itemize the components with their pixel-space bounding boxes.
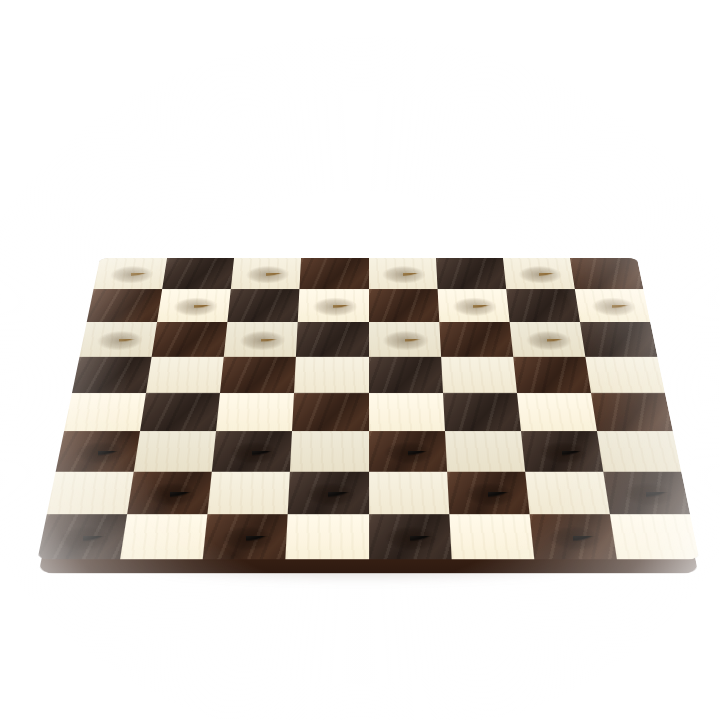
cell-r8c6 — [449, 514, 534, 559]
cell-r6c7 — [521, 431, 603, 471]
square-r2c2-light[interactable] — [157, 289, 231, 322]
square-r3c6-dark[interactable] — [439, 322, 513, 357]
checker-body — [300, 453, 358, 497]
square-r2c7-dark[interactable] — [506, 289, 580, 322]
cell-r7c2 — [127, 471, 212, 514]
square-r1c8-dark[interactable] — [570, 258, 644, 289]
cell-r8c7 — [529, 514, 616, 559]
product-photo-scene — [0, 0, 720, 720]
square-r1c7-light[interactable] — [503, 258, 575, 289]
square-r4c3-dark[interactable] — [220, 357, 296, 393]
checker-body — [617, 453, 675, 497]
checker-top-rings — [459, 453, 517, 479]
checker-top-rings — [533, 412, 589, 438]
square-r2c3-dark[interactable] — [228, 289, 300, 322]
square-r3c2-dark[interactable] — [152, 322, 228, 357]
square-r1c4-dark[interactable] — [300, 258, 369, 289]
cell-r8c1 — [37, 514, 127, 559]
square-r2c1-dark[interactable] — [87, 289, 163, 322]
checker-top-rings — [617, 453, 675, 479]
checker-body — [459, 453, 517, 497]
checker-top-rings — [380, 495, 439, 522]
checkers-board — [37, 258, 699, 559]
square-r4c2-light[interactable] — [146, 357, 224, 393]
square-r2c4-light[interactable] — [298, 289, 368, 322]
square-r4c5-dark[interactable] — [369, 357, 443, 393]
cell-r8c2 — [120, 514, 207, 559]
checker-top-rings — [70, 412, 126, 438]
checker-top-rings — [216, 495, 275, 522]
cell-r8c8 — [610, 514, 700, 559]
cell-r7c6 — [447, 471, 530, 514]
cell-r5c4 — [292, 392, 368, 430]
checker-top-rings — [53, 495, 112, 522]
square-r1c1-light[interactable] — [94, 258, 168, 289]
checker-body — [216, 495, 275, 540]
cell-r7c4 — [288, 471, 368, 514]
square-r3c4-dark[interactable] — [296, 322, 368, 357]
cell-r5c6 — [443, 392, 521, 430]
square-r4c7-dark[interactable] — [513, 357, 591, 393]
square-r1c6-dark[interactable] — [436, 258, 506, 289]
checker-top-rings — [543, 495, 602, 522]
checker-body — [380, 495, 439, 540]
square-r2c6-light[interactable] — [437, 289, 509, 322]
cell-r6c3 — [212, 431, 292, 471]
square-r1c3-light[interactable] — [231, 258, 301, 289]
square-r2c5-dark[interactable] — [369, 289, 439, 322]
checker-top-rings — [300, 453, 358, 479]
square-r1c2-dark[interactable] — [162, 258, 234, 289]
square-r1c5-light[interactable] — [369, 258, 438, 289]
square-r3c7-light[interactable] — [509, 322, 585, 357]
square-r2c8-light[interactable] — [575, 289, 651, 322]
square-r3c5-light[interactable] — [369, 322, 441, 357]
cell-r6c5 — [369, 431, 447, 471]
checker-body — [141, 453, 199, 497]
checker-top-rings — [379, 412, 435, 438]
square-r4c6-light[interactable] — [441, 357, 517, 393]
cell-r8c4 — [286, 514, 369, 559]
square-r3c1-light[interactable] — [80, 322, 158, 357]
checker-top-rings — [225, 412, 281, 438]
square-r4c4-light[interactable] — [294, 357, 368, 393]
checker-body — [543, 495, 602, 540]
cell-r6c1 — [56, 431, 141, 471]
cell-r5c8 — [591, 392, 673, 430]
checker-body — [70, 412, 126, 455]
square-r3c8-dark[interactable] — [580, 322, 658, 357]
checker-body — [53, 495, 112, 540]
checker-body — [379, 412, 435, 455]
checker-body — [225, 412, 281, 455]
cell-r8c3 — [203, 514, 288, 559]
checker-top-rings — [141, 453, 199, 479]
cell-r8c5 — [369, 514, 452, 559]
square-r3c3-light[interactable] — [224, 322, 298, 357]
cell-r7c8 — [603, 471, 690, 514]
square-r4c8-light[interactable] — [585, 357, 665, 393]
checker-body — [533, 412, 589, 455]
cell-r5c2 — [140, 392, 220, 430]
square-r4c1-dark[interactable] — [72, 357, 152, 393]
